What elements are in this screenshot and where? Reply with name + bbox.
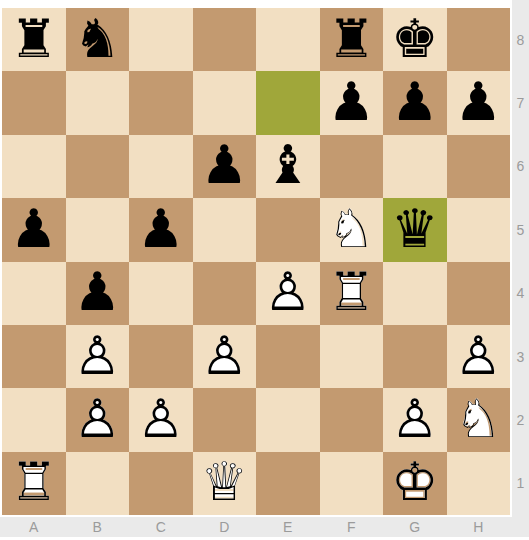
black-queen-glyph: ♛: [383, 198, 447, 261]
white-pawn-glyph: ♙: [383, 388, 447, 451]
piece-black-pawn[interactable]: ♟: [66, 262, 130, 325]
square-c4[interactable]: [129, 262, 193, 325]
piece-black-pawn[interactable]: ♟: [447, 71, 511, 134]
file-label-c: C: [129, 517, 193, 537]
piece-white-rook[interactable]: ♜♖: [320, 262, 384, 325]
square-f4[interactable]: ♜♖: [320, 262, 384, 325]
square-e7[interactable]: [256, 71, 320, 134]
piece-white-pawn[interactable]: ♟♙: [129, 388, 193, 451]
square-c7[interactable]: [129, 71, 193, 134]
square-g8[interactable]: ♚: [383, 8, 447, 71]
square-g2[interactable]: ♟♙: [383, 388, 447, 451]
piece-white-pawn[interactable]: ♟♙: [256, 262, 320, 325]
piece-black-pawn[interactable]: ♟: [383, 71, 447, 134]
square-d7[interactable]: [193, 71, 257, 134]
square-e1[interactable]: [256, 452, 320, 515]
black-pawn-glyph: ♟: [66, 262, 130, 325]
chess-board: ♜♞♜♚♟♟♟♟♝♟♟♞♘♛♟♟♙♜♖♟♙♟♙♟♙♟♙♟♙♟♙♞♘♜♖♛♕♚♔: [2, 8, 510, 515]
piece-white-rook[interactable]: ♜♖: [2, 452, 66, 515]
square-c1[interactable]: [129, 452, 193, 515]
piece-black-queen[interactable]: ♛: [383, 198, 447, 261]
square-b1[interactable]: [66, 452, 130, 515]
rank-labels: 87654321: [512, 0, 529, 537]
square-a8[interactable]: ♜: [2, 8, 66, 71]
piece-black-pawn[interactable]: ♟: [320, 71, 384, 134]
square-c2[interactable]: ♟♙: [129, 388, 193, 451]
file-label-a: A: [2, 517, 66, 537]
square-a1[interactable]: ♜♖: [2, 452, 66, 515]
square-g6[interactable]: [383, 135, 447, 198]
white-queen-glyph: ♕: [193, 452, 257, 515]
piece-white-queen[interactable]: ♛♕: [193, 452, 257, 515]
square-h4[interactable]: [447, 262, 511, 325]
black-king-glyph: ♚: [383, 8, 447, 71]
file-label-h: H: [447, 517, 511, 537]
square-d8[interactable]: [193, 8, 257, 71]
black-bishop-glyph: ♝: [256, 135, 320, 198]
square-h8[interactable]: [447, 8, 511, 71]
square-e3[interactable]: [256, 325, 320, 388]
square-b3[interactable]: ♟♙: [66, 325, 130, 388]
square-e2[interactable]: [256, 388, 320, 451]
white-king-glyph: ♔: [383, 452, 447, 515]
square-d1[interactable]: ♛♕: [193, 452, 257, 515]
square-a7[interactable]: [2, 71, 66, 134]
square-d5[interactable]: [193, 198, 257, 261]
file-label-e: E: [256, 517, 320, 537]
rank-label-7: 7: [512, 71, 529, 134]
square-h7[interactable]: ♟: [447, 71, 511, 134]
square-f8[interactable]: ♜: [320, 8, 384, 71]
square-f6[interactable]: [320, 135, 384, 198]
square-g7[interactable]: ♟: [383, 71, 447, 134]
black-rook-glyph: ♜: [320, 8, 384, 71]
black-pawn-glyph: ♟: [447, 71, 511, 134]
square-h1[interactable]: [447, 452, 511, 515]
black-pawn-glyph: ♟: [2, 198, 66, 261]
square-h6[interactable]: [447, 135, 511, 198]
square-a6[interactable]: [2, 135, 66, 198]
piece-black-bishop[interactable]: ♝: [256, 135, 320, 198]
piece-black-rook[interactable]: ♜: [2, 8, 66, 71]
black-pawn-glyph: ♟: [129, 198, 193, 261]
piece-white-pawn[interactable]: ♟♙: [193, 325, 257, 388]
square-b7[interactable]: [66, 71, 130, 134]
piece-black-pawn[interactable]: ♟: [129, 198, 193, 261]
white-knight-glyph: ♘: [447, 388, 511, 451]
square-g5[interactable]: ♛: [383, 198, 447, 261]
black-pawn-glyph: ♟: [193, 135, 257, 198]
piece-black-knight[interactable]: ♞: [66, 8, 130, 71]
rank-label-5: 5: [512, 198, 529, 261]
white-pawn-glyph: ♙: [129, 388, 193, 451]
square-e8[interactable]: [256, 8, 320, 71]
white-knight-glyph: ♘: [320, 198, 384, 261]
square-h3[interactable]: ♟♙: [447, 325, 511, 388]
square-h2[interactable]: ♞♘: [447, 388, 511, 451]
square-b8[interactable]: ♞: [66, 8, 130, 71]
file-label-f: F: [320, 517, 384, 537]
black-rook-glyph: ♜: [2, 8, 66, 71]
black-pawn-glyph: ♟: [383, 71, 447, 134]
piece-white-pawn[interactable]: ♟♙: [383, 388, 447, 451]
white-pawn-glyph: ♙: [447, 325, 511, 388]
piece-black-pawn[interactable]: ♟: [2, 198, 66, 261]
chess-app: ♜♞♜♚♟♟♟♟♝♟♟♞♘♛♟♟♙♜♖♟♙♟♙♟♙♟♙♟♙♟♙♞♘♜♖♛♕♚♔ …: [0, 0, 529, 540]
square-b2[interactable]: ♟♙: [66, 388, 130, 451]
rank-label-8: 8: [512, 8, 529, 71]
square-h5[interactable]: [447, 198, 511, 261]
square-e4[interactable]: ♟♙: [256, 262, 320, 325]
rank-label-2: 2: [512, 388, 529, 451]
white-pawn-glyph: ♙: [256, 262, 320, 325]
square-a3[interactable]: [2, 325, 66, 388]
square-b5[interactable]: [66, 198, 130, 261]
square-d6[interactable]: ♟: [193, 135, 257, 198]
square-c8[interactable]: [129, 8, 193, 71]
square-f1[interactable]: [320, 452, 384, 515]
square-a4[interactable]: [2, 262, 66, 325]
square-f7[interactable]: ♟: [320, 71, 384, 134]
rank-label-3: 3: [512, 325, 529, 388]
square-c3[interactable]: [129, 325, 193, 388]
white-pawn-glyph: ♙: [193, 325, 257, 388]
square-e6[interactable]: ♝: [256, 135, 320, 198]
white-pawn-glyph: ♙: [66, 325, 130, 388]
piece-white-knight[interactable]: ♞♘: [447, 388, 511, 451]
square-e5[interactable]: [256, 198, 320, 261]
square-g4[interactable]: [383, 262, 447, 325]
square-f3[interactable]: [320, 325, 384, 388]
square-g3[interactable]: [383, 325, 447, 388]
square-a2[interactable]: [2, 388, 66, 451]
black-knight-glyph: ♞: [66, 8, 130, 71]
piece-white-knight[interactable]: ♞♘: [320, 198, 384, 261]
file-label-g: G: [383, 517, 447, 537]
file-label-d: D: [193, 517, 257, 537]
white-pawn-glyph: ♙: [66, 388, 130, 451]
square-c5[interactable]: ♟: [129, 198, 193, 261]
piece-black-king[interactable]: ♚: [383, 8, 447, 71]
white-rook-glyph: ♖: [2, 452, 66, 515]
file-labels: ABCDEFGH: [0, 517, 529, 537]
square-b6[interactable]: [66, 135, 130, 198]
square-d2[interactable]: [193, 388, 257, 451]
square-b4[interactable]: ♟: [66, 262, 130, 325]
rank-label-4: 4: [512, 262, 529, 325]
square-f5[interactable]: ♞♘: [320, 198, 384, 261]
square-c6[interactable]: [129, 135, 193, 198]
rank-label-1: 1: [512, 452, 529, 515]
piece-white-pawn[interactable]: ♟♙: [66, 325, 130, 388]
square-g1[interactable]: ♚♔: [383, 452, 447, 515]
piece-black-pawn[interactable]: ♟: [193, 135, 257, 198]
piece-white-pawn[interactable]: ♟♙: [66, 388, 130, 451]
piece-white-king[interactable]: ♚♔: [383, 452, 447, 515]
piece-white-pawn[interactable]: ♟♙: [447, 325, 511, 388]
square-d3[interactable]: ♟♙: [193, 325, 257, 388]
black-pawn-glyph: ♟: [320, 71, 384, 134]
square-d4[interactable]: [193, 262, 257, 325]
file-label-b: B: [66, 517, 130, 537]
square-a5[interactable]: ♟: [2, 198, 66, 261]
square-f2[interactable]: [320, 388, 384, 451]
piece-black-rook[interactable]: ♜: [320, 8, 384, 71]
rank-label-6: 6: [512, 135, 529, 198]
white-rook-glyph: ♖: [320, 262, 384, 325]
